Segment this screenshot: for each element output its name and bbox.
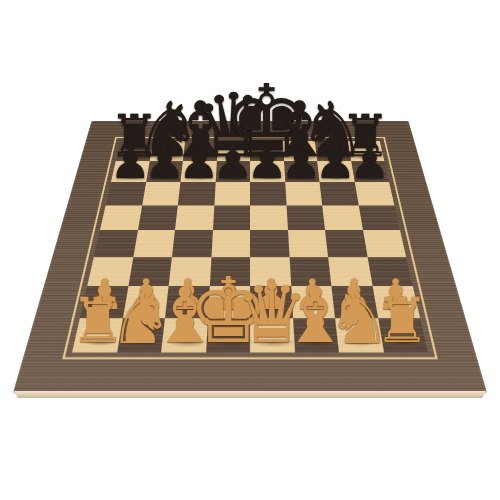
square-e8 <box>250 141 284 161</box>
square-h2 <box>372 286 420 318</box>
square-e7 <box>250 161 285 182</box>
square-b7 <box>146 161 183 182</box>
square-f7 <box>284 161 320 182</box>
square-h6 <box>354 182 394 205</box>
square-e6 <box>250 182 286 205</box>
square-d3 <box>209 257 250 286</box>
square-d1 <box>206 318 250 353</box>
square-a6 <box>106 182 146 205</box>
square-e5 <box>250 205 288 230</box>
square-h7 <box>351 161 389 182</box>
square-f4 <box>288 230 329 257</box>
square-g5 <box>322 205 362 230</box>
square-a2 <box>80 286 128 318</box>
square-c6 <box>178 182 215 205</box>
square-c7 <box>180 161 216 182</box>
square-g6 <box>320 182 359 205</box>
square-b5 <box>138 205 178 230</box>
square-c4 <box>172 230 213 257</box>
square-g2 <box>331 286 377 318</box>
square-a4 <box>94 230 138 257</box>
board-squares-grid <box>72 141 428 353</box>
square-f6 <box>285 182 322 205</box>
square-a5 <box>100 205 142 230</box>
board-front-edge <box>14 391 486 398</box>
square-b6 <box>142 182 181 205</box>
board-inlay-line <box>62 137 438 359</box>
square-h5 <box>358 205 400 230</box>
square-c2 <box>165 286 209 318</box>
square-e4 <box>250 230 289 257</box>
square-d8 <box>216 141 250 161</box>
square-h3 <box>367 257 413 286</box>
square-f2 <box>291 286 335 318</box>
square-g7 <box>317 161 354 182</box>
product-photo-scene: ♜♞♝♛♚♝♞♜♟♟♟♟♟♟♟♟♟♟♟♟♟♟♟♟♜♞♝♚♛♝♞♜ <box>0 0 500 500</box>
square-a8 <box>116 141 153 161</box>
square-d7 <box>215 161 250 182</box>
square-h4 <box>363 230 407 257</box>
square-b3 <box>128 257 172 286</box>
square-c5 <box>175 205 214 230</box>
square-g4 <box>325 230 367 257</box>
square-h1 <box>378 318 428 353</box>
square-b8 <box>149 141 185 161</box>
square-c1 <box>161 318 207 353</box>
square-d4 <box>211 230 250 257</box>
square-e3 <box>250 257 291 286</box>
square-a3 <box>87 257 133 286</box>
square-c8 <box>183 141 218 161</box>
square-c3 <box>169 257 211 286</box>
square-b2 <box>122 286 168 318</box>
square-d2 <box>207 286 250 318</box>
square-f8 <box>282 141 317 161</box>
square-e1 <box>250 318 294 353</box>
square-b1 <box>117 318 165 353</box>
chess-board <box>13 121 487 393</box>
square-h8 <box>347 141 384 161</box>
square-e2 <box>250 286 293 318</box>
square-f3 <box>289 257 331 286</box>
square-g1 <box>335 318 383 353</box>
square-g8 <box>315 141 351 161</box>
square-a7 <box>111 161 149 182</box>
square-d5 <box>213 205 251 230</box>
square-b4 <box>133 230 175 257</box>
square-f5 <box>286 205 325 230</box>
square-g3 <box>328 257 372 286</box>
square-a1 <box>72 318 122 353</box>
square-f1 <box>293 318 339 353</box>
square-d6 <box>214 182 250 205</box>
